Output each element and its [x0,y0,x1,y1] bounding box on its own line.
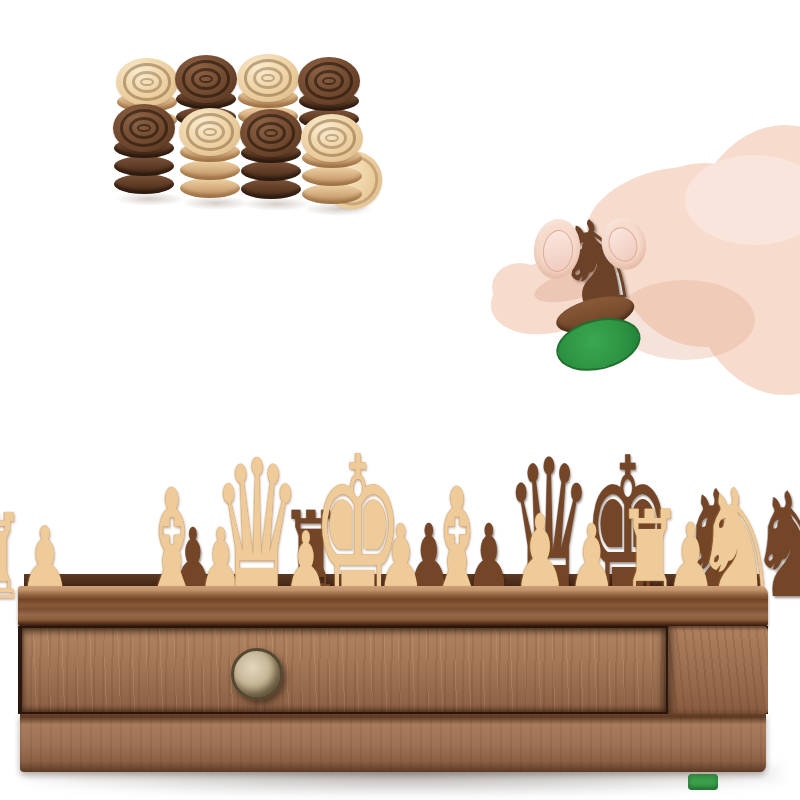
checker-center-groove [322,77,336,86]
checker-face [116,58,178,106]
checker-edge [180,160,240,180]
checker-center-groove [261,74,275,83]
checker-face [113,104,175,152]
checker-edge [114,156,174,176]
checker-edge [302,166,362,186]
case-right-corner [668,626,768,714]
checker-edge [114,174,174,194]
checker-center-groove [199,75,213,84]
checker-face [179,108,241,156]
checker-center-groove [203,128,217,137]
checker-center-groove [140,78,154,87]
checker-face [175,55,237,103]
case-base [20,714,766,772]
checker-face [237,54,299,102]
checker-edge [241,161,301,181]
checker-edge [302,184,362,204]
product-photo-stage: ♜♟♟♝♟♜♛♟♚♟♟♝♟♛♟♟♚♜♟♞♞♞ ♞ [0,0,800,800]
drawer-knob [231,648,283,700]
checker-center-groove [264,129,278,138]
checker-center-groove [137,124,151,133]
checker-face [301,114,363,162]
green-felt-foot [688,774,718,790]
checker-center-groove [325,134,339,143]
checker-edge [180,178,240,198]
checker-face [240,109,302,157]
checker-face [298,57,360,105]
checker-edge [241,179,301,199]
case-top-molding [18,586,768,626]
